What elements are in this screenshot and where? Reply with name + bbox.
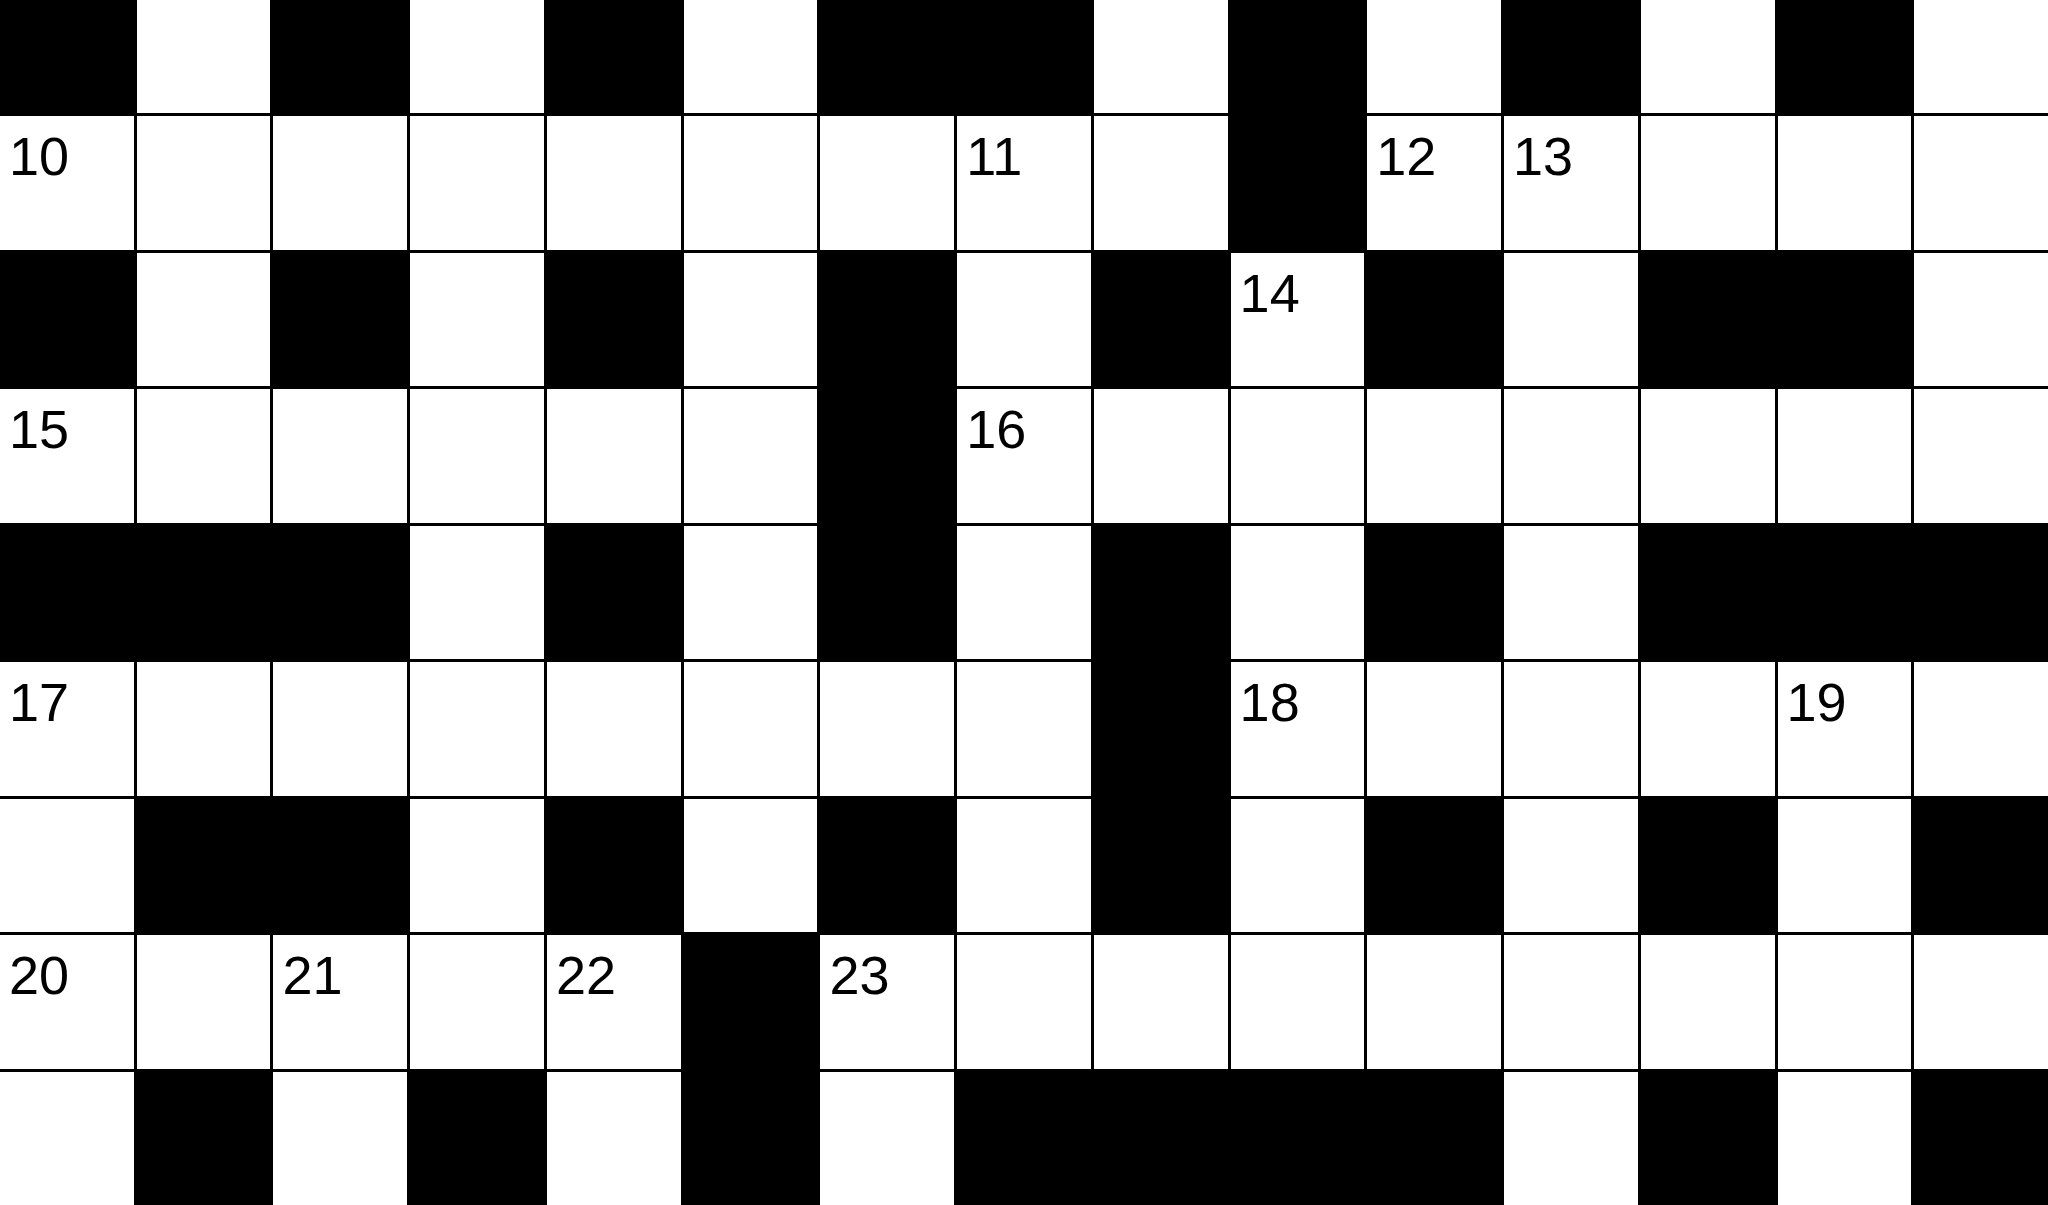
white-cell-r2-c9[interactable]: 14 xyxy=(1231,253,1365,387)
clue-number: 10 xyxy=(9,129,69,183)
white-cell-r8-c13[interactable] xyxy=(1778,1072,1912,1205)
clue-number: 12 xyxy=(1376,129,1436,183)
white-cell-r5-c5[interactable] xyxy=(684,662,818,796)
white-cell-r5-c7[interactable] xyxy=(957,662,1091,796)
white-cell-r2-c7[interactable] xyxy=(957,253,1091,387)
white-cell-r2-c1[interactable] xyxy=(137,253,271,387)
white-cell-r5-c9[interactable]: 18 xyxy=(1231,662,1365,796)
black-cell-r4-c2 xyxy=(273,526,407,660)
clue-number: 11 xyxy=(966,129,1022,183)
white-cell-r1-c11[interactable]: 13 xyxy=(1504,116,1638,250)
black-cell-r4-c13 xyxy=(1778,526,1912,660)
black-cell-r0-c9 xyxy=(1231,0,1365,113)
white-cell-r8-c4[interactable] xyxy=(547,1072,681,1205)
clue-number: 16 xyxy=(966,402,1026,456)
black-cell-r2-c4 xyxy=(547,253,681,387)
white-cell-r5-c1[interactable] xyxy=(137,662,271,796)
white-cell-r8-c6[interactable] xyxy=(820,1072,954,1205)
white-cell-r3-c13[interactable] xyxy=(1778,389,1912,523)
white-cell-r7-c13[interactable] xyxy=(1778,935,1912,1069)
white-cell-r2-c3[interactable] xyxy=(410,253,544,387)
black-cell-r0-c6 xyxy=(820,0,954,113)
black-cell-r2-c12 xyxy=(1641,253,1775,387)
black-cell-r7-c5 xyxy=(684,935,818,1069)
white-cell-r3-c1[interactable] xyxy=(137,389,271,523)
white-cell-r3-c8[interactable] xyxy=(1094,389,1228,523)
white-cell-r4-c11[interactable] xyxy=(1504,526,1638,660)
black-cell-r0-c11 xyxy=(1504,0,1638,113)
black-cell-r6-c4 xyxy=(547,799,681,933)
white-cell-r1-c0[interactable]: 10 xyxy=(0,116,134,250)
clue-number: 14 xyxy=(1240,266,1300,320)
black-cell-r4-c14 xyxy=(1914,526,2048,660)
white-cell-r7-c2[interactable]: 21 xyxy=(273,935,407,1069)
white-cell-r7-c7[interactable] xyxy=(957,935,1091,1069)
white-cell-r1-c1[interactable] xyxy=(137,116,271,250)
white-cell-r8-c2[interactable] xyxy=(273,1072,407,1205)
black-cell-r0-c2 xyxy=(273,0,407,113)
white-cell-r1-c4[interactable] xyxy=(547,116,681,250)
black-cell-r8-c8 xyxy=(1094,1072,1228,1205)
black-cell-r8-c12 xyxy=(1641,1072,1775,1205)
white-cell-r3-c10[interactable] xyxy=(1367,389,1501,523)
crossword-grid: 1011121314151617181920212223 xyxy=(0,0,2048,1205)
black-cell-r8-c14 xyxy=(1914,1072,2048,1205)
black-cell-r8-c1 xyxy=(137,1072,271,1205)
white-cell-r4-c9[interactable] xyxy=(1231,526,1365,660)
white-cell-r7-c10[interactable] xyxy=(1367,935,1501,1069)
white-cell-r0-c3[interactable] xyxy=(410,0,544,113)
black-cell-r3-c6 xyxy=(820,389,954,523)
clue-number: 23 xyxy=(829,948,889,1002)
black-cell-r0-c13 xyxy=(1778,0,1912,113)
clue-number: 20 xyxy=(9,948,69,1002)
white-cell-r2-c5[interactable] xyxy=(684,253,818,387)
white-cell-r7-c9[interactable] xyxy=(1231,935,1365,1069)
black-cell-r2-c6 xyxy=(820,253,954,387)
white-cell-r0-c5[interactable] xyxy=(684,0,818,113)
white-cell-r5-c13[interactable]: 19 xyxy=(1778,662,1912,796)
black-cell-r4-c12 xyxy=(1641,526,1775,660)
clue-number: 21 xyxy=(282,948,342,1002)
white-cell-r3-c5[interactable] xyxy=(684,389,818,523)
white-cell-r7-c8[interactable] xyxy=(1094,935,1228,1069)
white-cell-r1-c2[interactable] xyxy=(273,116,407,250)
white-cell-r7-c11[interactable] xyxy=(1504,935,1638,1069)
white-cell-r1-c8[interactable] xyxy=(1094,116,1228,250)
white-cell-r0-c10[interactable] xyxy=(1367,0,1501,113)
black-cell-r4-c1 xyxy=(137,526,271,660)
clue-number: 18 xyxy=(1240,675,1300,729)
black-cell-r4-c10 xyxy=(1367,526,1501,660)
white-cell-r5-c3[interactable] xyxy=(410,662,544,796)
white-cell-r7-c4[interactable]: 22 xyxy=(547,935,681,1069)
white-cell-r3-c4[interactable] xyxy=(547,389,681,523)
black-cell-r4-c8 xyxy=(1094,526,1228,660)
white-cell-r7-c1[interactable] xyxy=(137,935,271,1069)
white-cell-r3-c11[interactable] xyxy=(1504,389,1638,523)
white-cell-r5-c12[interactable] xyxy=(1641,662,1775,796)
white-cell-r6-c3[interactable] xyxy=(410,799,544,933)
white-cell-r4-c5[interactable] xyxy=(684,526,818,660)
white-cell-r6-c13[interactable] xyxy=(1778,799,1912,933)
white-cell-r0-c14[interactable] xyxy=(1914,0,2048,113)
black-cell-r4-c6 xyxy=(820,526,954,660)
black-cell-r2-c0 xyxy=(0,253,134,387)
white-cell-r2-c14[interactable] xyxy=(1914,253,2048,387)
black-cell-r6-c10 xyxy=(1367,799,1501,933)
white-cell-r1-c10[interactable]: 12 xyxy=(1367,116,1501,250)
white-cell-r6-c5[interactable] xyxy=(684,799,818,933)
black-cell-r8-c3 xyxy=(410,1072,544,1205)
white-cell-r5-c11[interactable] xyxy=(1504,662,1638,796)
white-cell-r7-c6[interactable]: 23 xyxy=(820,935,954,1069)
white-cell-r2-c11[interactable] xyxy=(1504,253,1638,387)
white-cell-r3-c7[interactable]: 16 xyxy=(957,389,1091,523)
white-cell-r3-c3[interactable] xyxy=(410,389,544,523)
white-cell-r5-c14[interactable] xyxy=(1914,662,2048,796)
black-cell-r2-c13 xyxy=(1778,253,1912,387)
black-cell-r2-c2 xyxy=(273,253,407,387)
white-cell-r5-c6[interactable] xyxy=(820,662,954,796)
black-cell-r2-c10 xyxy=(1367,253,1501,387)
white-cell-r4-c3[interactable] xyxy=(410,526,544,660)
black-cell-r0-c7 xyxy=(957,0,1091,113)
clue-number: 17 xyxy=(9,675,69,729)
white-cell-r6-c9[interactable] xyxy=(1231,799,1365,933)
white-cell-r1-c14[interactable] xyxy=(1914,116,2048,250)
clue-number: 19 xyxy=(1787,675,1847,729)
black-cell-r6-c14 xyxy=(1914,799,2048,933)
black-cell-r1-c9 xyxy=(1231,116,1365,250)
white-cell-r8-c11[interactable] xyxy=(1504,1072,1638,1205)
white-cell-r1-c3[interactable] xyxy=(410,116,544,250)
white-cell-r7-c0[interactable]: 20 xyxy=(0,935,134,1069)
white-cell-r1-c13[interactable] xyxy=(1778,116,1912,250)
clue-number: 15 xyxy=(9,402,69,456)
white-cell-r6-c11[interactable] xyxy=(1504,799,1638,933)
white-cell-r7-c3[interactable] xyxy=(410,935,544,1069)
white-cell-r5-c4[interactable] xyxy=(547,662,681,796)
white-cell-r1-c12[interactable] xyxy=(1641,116,1775,250)
white-cell-r5-c0[interactable]: 17 xyxy=(0,662,134,796)
black-cell-r8-c5 xyxy=(684,1072,818,1205)
black-cell-r8-c7 xyxy=(957,1072,1091,1205)
white-cell-r5-c2[interactable] xyxy=(273,662,407,796)
white-cell-r0-c8[interactable] xyxy=(1094,0,1228,113)
white-cell-r6-c7[interactable] xyxy=(957,799,1091,933)
white-cell-r8-c0[interactable] xyxy=(0,1072,134,1205)
black-cell-r2-c8 xyxy=(1094,253,1228,387)
black-cell-r6-c8 xyxy=(1094,799,1228,933)
white-cell-r1-c6[interactable] xyxy=(820,116,954,250)
white-cell-r3-c9[interactable] xyxy=(1231,389,1365,523)
clue-number: 13 xyxy=(1513,129,1573,183)
black-cell-r8-c10 xyxy=(1367,1072,1501,1205)
black-cell-r6-c1 xyxy=(137,799,271,933)
white-cell-r0-c1[interactable] xyxy=(137,0,271,113)
white-cell-r1-c5[interactable] xyxy=(684,116,818,250)
black-cell-r6-c2 xyxy=(273,799,407,933)
black-cell-r4-c0 xyxy=(0,526,134,660)
white-cell-r5-c10[interactable] xyxy=(1367,662,1501,796)
white-cell-r4-c7[interactable] xyxy=(957,526,1091,660)
white-cell-r3-c0[interactable]: 15 xyxy=(0,389,134,523)
white-cell-r3-c12[interactable] xyxy=(1641,389,1775,523)
black-cell-r0-c4 xyxy=(547,0,681,113)
black-cell-r0-c0 xyxy=(0,0,134,113)
black-cell-r6-c12 xyxy=(1641,799,1775,933)
black-cell-r6-c6 xyxy=(820,799,954,933)
white-cell-r3-c2[interactable] xyxy=(273,389,407,523)
black-cell-r4-c4 xyxy=(547,526,681,660)
white-cell-r1-c7[interactable]: 11 xyxy=(957,116,1091,250)
clue-number: 22 xyxy=(556,948,616,1002)
white-cell-r3-c14[interactable] xyxy=(1914,389,2048,523)
white-cell-r6-c0[interactable] xyxy=(0,799,134,933)
white-cell-r7-c12[interactable] xyxy=(1641,935,1775,1069)
white-cell-r0-c12[interactable] xyxy=(1641,0,1775,113)
black-cell-r8-c9 xyxy=(1231,1072,1365,1205)
black-cell-r5-c8 xyxy=(1094,662,1228,796)
white-cell-r7-c14[interactable] xyxy=(1914,935,2048,1069)
